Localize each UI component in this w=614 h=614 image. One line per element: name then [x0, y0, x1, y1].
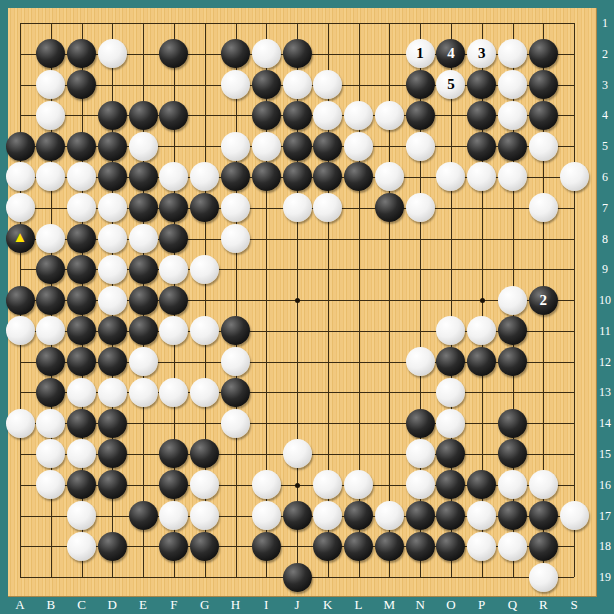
white-stone [129, 132, 158, 161]
column-label: G [195, 597, 215, 613]
white-stone [344, 101, 373, 130]
black-stone [159, 470, 188, 499]
black-stone [221, 378, 250, 407]
white-stone [498, 39, 527, 68]
black-stone [129, 193, 158, 222]
black-stone [190, 532, 219, 561]
black-stone: ▲ [6, 224, 35, 253]
column-label: D [102, 597, 122, 613]
black-stone [67, 39, 96, 68]
white-stone [221, 409, 250, 438]
black-stone [36, 39, 65, 68]
white-stone [436, 162, 465, 191]
white-stone [313, 501, 342, 530]
white-stone [467, 316, 496, 345]
black-stone [98, 409, 127, 438]
black-stone [436, 470, 465, 499]
white-stone [6, 193, 35, 222]
black-stone [498, 409, 527, 438]
black-stone [190, 439, 219, 468]
row-label: 1 [596, 16, 614, 31]
white-stone [436, 378, 465, 407]
white-stone [252, 39, 281, 68]
black-stone [406, 501, 435, 530]
star-point [295, 298, 300, 303]
black-stone [529, 532, 558, 561]
black-stone [529, 501, 558, 530]
black-stone [252, 162, 281, 191]
white-stone [6, 316, 35, 345]
white-stone [344, 470, 373, 499]
white-stone [98, 286, 127, 315]
black-stone [344, 532, 373, 561]
white-stone [467, 162, 496, 191]
black-stone [190, 193, 219, 222]
white-stone [36, 224, 65, 253]
black-stone [467, 132, 496, 161]
white-stone [406, 347, 435, 376]
white-stone [529, 132, 558, 161]
black-stone [221, 162, 250, 191]
white-stone [252, 501, 281, 530]
white-stone [467, 501, 496, 530]
black-stone [252, 532, 281, 561]
black-stone [36, 378, 65, 407]
column-label: M [379, 597, 399, 613]
row-label: 5 [596, 139, 614, 154]
black-stone [67, 224, 96, 253]
column-label: E [133, 597, 153, 613]
row-label: 18 [596, 539, 614, 554]
white-stone [67, 532, 96, 561]
white-stone [98, 39, 127, 68]
white-stone [498, 70, 527, 99]
white-stone [252, 132, 281, 161]
white-stone [67, 378, 96, 407]
black-stone [36, 286, 65, 315]
black-stone [498, 501, 527, 530]
white-stone: 5 [436, 70, 465, 99]
black-stone [344, 162, 373, 191]
column-label: P [472, 597, 492, 613]
black-stone [36, 132, 65, 161]
black-stone [283, 101, 312, 130]
black-stone: 2 [529, 286, 558, 315]
black-stone [67, 347, 96, 376]
row-label: 17 [596, 509, 614, 524]
black-stone [283, 162, 312, 191]
move-number-label: 1 [416, 46, 424, 61]
black-stone [98, 316, 127, 345]
black-stone [498, 132, 527, 161]
white-stone [560, 501, 589, 530]
black-stone [159, 39, 188, 68]
row-label: 19 [596, 570, 614, 585]
grid-line-vertical [574, 23, 575, 577]
triangle-marker: ▲ [13, 230, 28, 245]
white-stone [313, 70, 342, 99]
white-stone [67, 439, 96, 468]
white-stone [190, 470, 219, 499]
white-stone [190, 162, 219, 191]
white-stone [498, 532, 527, 561]
black-stone [67, 255, 96, 284]
column-label: R [533, 597, 553, 613]
white-stone [283, 193, 312, 222]
white-stone [98, 255, 127, 284]
row-label: 11 [596, 324, 614, 339]
black-stone [406, 532, 435, 561]
black-stone [436, 439, 465, 468]
white-stone [190, 378, 219, 407]
white-stone [406, 439, 435, 468]
column-label: C [72, 597, 92, 613]
white-stone [36, 316, 65, 345]
white-stone: 3 [467, 39, 496, 68]
black-stone [436, 501, 465, 530]
column-label: Q [503, 597, 523, 613]
black-stone [159, 286, 188, 315]
black-stone [98, 162, 127, 191]
white-stone [375, 101, 404, 130]
white-stone [498, 286, 527, 315]
white-stone [36, 162, 65, 191]
black-stone [159, 439, 188, 468]
black-stone [467, 101, 496, 130]
white-stone [313, 193, 342, 222]
row-label: 15 [596, 447, 614, 462]
black-stone [129, 286, 158, 315]
white-stone [221, 193, 250, 222]
row-label: 14 [596, 416, 614, 431]
move-number-label: 5 [447, 77, 455, 92]
black-stone [36, 347, 65, 376]
black-stone [129, 101, 158, 130]
white-stone [129, 347, 158, 376]
black-stone [283, 563, 312, 592]
white-stone [560, 162, 589, 191]
black-stone: 4 [436, 39, 465, 68]
white-stone [190, 316, 219, 345]
white-stone [406, 193, 435, 222]
black-stone [529, 101, 558, 130]
white-stone [283, 439, 312, 468]
white-stone [67, 501, 96, 530]
column-label: A [10, 597, 30, 613]
black-stone [498, 439, 527, 468]
white-stone [283, 70, 312, 99]
black-stone [67, 316, 96, 345]
black-stone [98, 347, 127, 376]
black-stone [221, 39, 250, 68]
white-stone [344, 132, 373, 161]
row-label: 9 [596, 262, 614, 277]
black-stone [67, 286, 96, 315]
black-stone [129, 255, 158, 284]
black-stone [252, 70, 281, 99]
star-point [480, 298, 485, 303]
white-stone [467, 532, 496, 561]
move-number-label: 2 [540, 293, 548, 308]
white-stone [221, 70, 250, 99]
black-stone [159, 532, 188, 561]
white-stone [529, 470, 558, 499]
white-stone [375, 162, 404, 191]
black-stone [467, 70, 496, 99]
black-stone [498, 347, 527, 376]
white-stone [159, 501, 188, 530]
white-stone [252, 470, 281, 499]
row-label: 6 [596, 170, 614, 185]
white-stone [190, 501, 219, 530]
row-label: 3 [596, 78, 614, 93]
white-stone [313, 101, 342, 130]
column-label: H [226, 597, 246, 613]
white-stone [529, 563, 558, 592]
row-label: 13 [596, 385, 614, 400]
black-stone [375, 193, 404, 222]
black-stone [529, 70, 558, 99]
white-stone [221, 347, 250, 376]
black-stone [406, 409, 435, 438]
go-game-window: 1435▲2 ABCDEFGHIJKLMNOPQRS 1234567891011… [0, 0, 614, 614]
white-stone [36, 70, 65, 99]
move-number-label: 3 [478, 46, 486, 61]
white-stone [129, 378, 158, 407]
black-stone [252, 101, 281, 130]
white-stone [529, 193, 558, 222]
white-stone [406, 470, 435, 499]
black-stone [36, 255, 65, 284]
white-stone [36, 470, 65, 499]
black-stone [436, 532, 465, 561]
column-label: K [318, 597, 338, 613]
column-label: F [164, 597, 184, 613]
white-stone [221, 132, 250, 161]
black-stone [67, 470, 96, 499]
white-stone [67, 162, 96, 191]
black-stone [129, 316, 158, 345]
row-label: 10 [596, 293, 614, 308]
column-label: B [41, 597, 61, 613]
white-stone [6, 162, 35, 191]
black-stone [159, 224, 188, 253]
white-stone [159, 162, 188, 191]
black-stone [467, 470, 496, 499]
black-stone [98, 439, 127, 468]
white-stone [159, 378, 188, 407]
black-stone [67, 70, 96, 99]
black-stone [67, 409, 96, 438]
black-stone [98, 101, 127, 130]
black-stone [129, 162, 158, 191]
white-stone [6, 409, 35, 438]
white-stone [98, 378, 127, 407]
black-stone [129, 501, 158, 530]
black-stone [6, 132, 35, 161]
black-stone [6, 286, 35, 315]
black-stone [98, 132, 127, 161]
column-label: J [287, 597, 307, 613]
black-stone [344, 501, 373, 530]
white-stone [498, 101, 527, 130]
black-stone [67, 132, 96, 161]
black-stone [313, 532, 342, 561]
go-board[interactable]: 1435▲2 [8, 8, 597, 597]
move-number-label: 4 [447, 46, 455, 61]
row-label: 12 [596, 355, 614, 370]
white-stone [498, 162, 527, 191]
white-stone [375, 501, 404, 530]
black-stone [283, 39, 312, 68]
white-stone [436, 316, 465, 345]
black-stone [529, 39, 558, 68]
white-stone [221, 224, 250, 253]
black-stone [406, 101, 435, 130]
black-stone [313, 162, 342, 191]
column-label: I [256, 597, 276, 613]
black-stone [406, 70, 435, 99]
black-stone [98, 470, 127, 499]
white-stone [190, 255, 219, 284]
column-label: N [410, 597, 430, 613]
row-label: 16 [596, 478, 614, 493]
white-stone [313, 470, 342, 499]
white-stone [36, 409, 65, 438]
row-label: 8 [596, 232, 614, 247]
white-stone [36, 439, 65, 468]
black-stone [159, 101, 188, 130]
row-label: 7 [596, 201, 614, 216]
white-stone [36, 101, 65, 130]
black-stone [436, 347, 465, 376]
column-label: S [564, 597, 584, 613]
black-stone [159, 193, 188, 222]
black-stone [221, 316, 250, 345]
white-stone [498, 470, 527, 499]
white-stone [159, 316, 188, 345]
white-stone [67, 193, 96, 222]
black-stone [498, 316, 527, 345]
white-stone [436, 409, 465, 438]
white-stone [98, 193, 127, 222]
white-stone [98, 224, 127, 253]
column-label: L [349, 597, 369, 613]
row-label: 2 [596, 47, 614, 62]
row-label: 4 [596, 108, 614, 123]
black-stone [283, 501, 312, 530]
column-label: O [441, 597, 461, 613]
black-stone [283, 132, 312, 161]
white-stone [406, 132, 435, 161]
star-point [295, 483, 300, 488]
white-stone [129, 224, 158, 253]
white-stone [159, 255, 188, 284]
black-stone [313, 132, 342, 161]
black-stone [98, 532, 127, 561]
white-stone: 1 [406, 39, 435, 68]
black-stone [467, 347, 496, 376]
black-stone [375, 532, 404, 561]
